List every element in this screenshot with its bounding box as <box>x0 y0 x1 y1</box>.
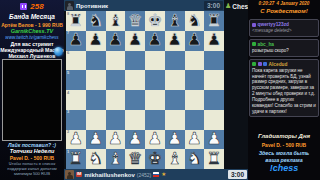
piece-black-pawn[interactable]: ♟ <box>207 32 222 49</box>
like-prompt: Лайк поставил? :) <box>0 142 64 148</box>
rank-label: 4 <box>67 91 69 95</box>
chat-username[interactable]: abc_ha <box>258 42 275 47</box>
rank-label: 1 <box>67 150 69 154</box>
square-d3[interactable] <box>125 110 145 130</box>
gladiators-entry: Pavel D. - 500 RUB <box>248 142 320 148</box>
square-f7[interactable]: ♟ <box>165 31 185 51</box>
square-b1[interactable]: ♞ <box>86 149 106 169</box>
rank-label: 8 <box>67 12 69 16</box>
stream-date: 4 January 2020 <box>276 1 309 6</box>
piece-white-knight[interactable]: ♞ <box>88 151 103 168</box>
band-of-month-title: Банда Месяца <box>0 13 64 20</box>
square-c6[interactable] <box>106 51 126 71</box>
viewer-counter: 258 <box>0 2 64 11</box>
chat-message-text: розыгрыш скоро? <box>252 48 316 54</box>
chat-badge-icon <box>258 62 262 66</box>
viewer-count: 258 <box>30 2 43 11</box>
square-a6[interactable]: 6 <box>66 51 86 71</box>
square-a8[interactable]: 8♜ <box>66 11 86 31</box>
pawn-logo-icon: ♟ <box>225 3 231 10</box>
board-area: Противник 3:00 8♜♞♝♛♚♝♞♜7♟♟♟♟♟♟♟♟65432♟♟… <box>64 0 248 180</box>
square-b3[interactable] <box>86 110 106 130</box>
piece-white-pawn[interactable]: ♟ <box>147 131 162 148</box>
square-a7[interactable]: 7♟ <box>66 31 86 51</box>
square-c5[interactable] <box>106 70 126 90</box>
chess-board: 8♜♞♝♛♚♝♞♜7♟♟♟♟♟♟♟♟65432♟♟♟♟♟♟♟♟1♜♞♝♛♚♝♞♜ <box>66 11 224 169</box>
square-h1[interactable]: ♜ <box>204 149 224 169</box>
square-d5[interactable] <box>125 70 145 90</box>
piece-white-pawn[interactable]: ♟ <box>167 131 182 148</box>
tops-of-week-entry: Pavel D. - 500 RUB <box>0 155 64 161</box>
piece-white-pawn[interactable]: ♟ <box>207 131 222 148</box>
piece-white-pawn[interactable]: ♟ <box>68 131 83 148</box>
square-h4[interactable] <box>204 90 224 110</box>
square-h8[interactable]: ♜ <box>204 11 224 31</box>
ad-line: Здесь могла быть <box>248 150 320 157</box>
square-b8[interactable]: ♞ <box>86 11 106 31</box>
square-b5[interactable] <box>86 70 106 90</box>
square-g5[interactable] <box>185 70 205 90</box>
square-g4[interactable] <box>185 90 205 110</box>
square-b6[interactable] <box>86 51 106 71</box>
piece-black-knight[interactable]: ♞ <box>88 13 103 30</box>
square-d1[interactable]: ♛ <box>125 149 145 169</box>
piece-black-pawn[interactable]: ♟ <box>68 32 83 49</box>
square-c1[interactable]: ♝ <box>106 149 126 169</box>
piece-black-rook[interactable]: ♜ <box>207 13 222 30</box>
square-e7[interactable]: ♟ <box>145 31 165 51</box>
square-a3[interactable]: 3 <box>66 110 86 130</box>
stream-screen: 258 Банда Месяца Артём Белов - 1 990 RUB… <box>0 0 320 180</box>
square-g6[interactable] <box>185 51 205 71</box>
square-f4[interactable] <box>165 90 185 110</box>
player-avatar[interactable] <box>65 170 74 179</box>
square-b4[interactable] <box>86 90 106 110</box>
globe-icon <box>54 47 63 56</box>
square-e6[interactable] <box>145 51 165 71</box>
chat-message-text: Пока карета загрузки не начнёт проверять… <box>252 68 316 115</box>
square-d2[interactable]: ♟ <box>125 130 145 150</box>
square-f8[interactable]: ♝ <box>165 11 185 31</box>
piece-white-bishop[interactable]: ♝ <box>108 151 123 168</box>
square-g8[interactable]: ♞ <box>185 11 205 31</box>
russia-flag-icon <box>153 172 159 177</box>
square-f1[interactable]: ♝ <box>165 149 185 169</box>
piece-black-pawn[interactable]: ♟ <box>187 32 202 49</box>
piece-white-pawn[interactable]: ♟ <box>108 131 123 148</box>
chat-badge-icon <box>252 62 256 66</box>
chat-badge-icon <box>252 23 256 27</box>
square-e5[interactable] <box>145 70 165 90</box>
square-a5[interactable]: 5 <box>66 70 86 90</box>
twitch-logo-icon <box>20 3 27 10</box>
chat-username[interactable]: Alcedud <box>269 62 288 67</box>
left-info-panel: 258 Банда Месяца Артём Белов - 1 990 RUB… <box>0 0 64 180</box>
rank-label: 6 <box>67 51 69 55</box>
square-b2[interactable]: ♟ <box>86 130 106 150</box>
chat-message: abc_ha розыгрыш скоро? <box>249 39 319 57</box>
chat-badge-icon <box>252 42 256 46</box>
square-d7[interactable]: ♟ <box>125 31 145 51</box>
rank-label: 5 <box>67 71 69 75</box>
square-e3[interactable] <box>145 110 165 130</box>
im-title-badge: IM <box>76 172 82 178</box>
piece-white-pawn[interactable]: ♟ <box>128 131 143 148</box>
webcam-frame <box>2 59 62 141</box>
square-f2[interactable]: ♟ <box>165 130 185 150</box>
piece-white-knight[interactable]: ♞ <box>187 151 202 168</box>
square-a1[interactable]: 1♜ <box>66 149 86 169</box>
chat-badge-icon <box>263 62 267 66</box>
square-g7[interactable]: ♟ <box>185 31 205 51</box>
rank-label: 3 <box>67 110 69 114</box>
square-h7[interactable]: ♟ <box>204 31 224 51</box>
square-e2[interactable]: ♟ <box>145 130 165 150</box>
stream-timer: 0:20:27 <box>259 1 275 6</box>
greeting-text: С Рождеством! <box>248 8 320 14</box>
piece-black-pawn[interactable]: ♟ <box>108 32 123 49</box>
square-f5[interactable] <box>165 70 185 90</box>
square-f3[interactable] <box>165 110 185 130</box>
player-clock: 3:00 <box>228 170 247 179</box>
square-g3[interactable] <box>185 110 205 130</box>
piece-white-bishop[interactable]: ♝ <box>167 151 182 168</box>
square-c3[interactable] <box>106 110 126 130</box>
channel-url[interactable]: www.twitch.tv/garnikchess <box>0 35 64 40</box>
square-f6[interactable] <box>165 51 185 71</box>
piece-black-pawn[interactable]: ♟ <box>147 32 162 49</box>
piece-black-queen[interactable]: ♛ <box>128 13 143 30</box>
piece-black-pawn[interactable]: ♟ <box>88 32 103 49</box>
rank-label: 2 <box>67 130 69 134</box>
square-h2[interactable]: ♟ <box>204 130 224 150</box>
piece-black-bishop[interactable]: ♝ <box>108 13 123 30</box>
piece-black-pawn[interactable]: ♟ <box>128 32 143 49</box>
square-h6[interactable] <box>204 51 224 71</box>
piece-black-bishop[interactable]: ♝ <box>167 13 182 30</box>
square-c8[interactable]: ♝ <box>106 11 126 31</box>
fine-print-line: минимум 500 RUB <box>0 171 64 176</box>
square-d4[interactable] <box>125 90 145 110</box>
square-g1[interactable]: ♞ <box>185 149 205 169</box>
opponent-bar: Противник 3:00 <box>64 0 224 11</box>
piece-black-pawn[interactable]: ♟ <box>167 32 182 49</box>
square-h5[interactable] <box>204 70 224 90</box>
player-name[interactable]: mikhaillushenkov <box>84 172 134 178</box>
chat-command: !chess <box>248 163 320 173</box>
square-a2[interactable]: 2♟ <box>66 130 86 150</box>
piece-black-rook[interactable]: ♜ <box>68 13 83 30</box>
piece-white-pawn[interactable]: ♟ <box>88 131 103 148</box>
square-d6[interactable] <box>125 51 145 71</box>
square-b7[interactable]: ♟ <box>86 31 106 51</box>
square-e1[interactable]: ♚ <box>145 149 165 169</box>
chat-message: Alcedud Пока карета загрузки не начнёт п… <box>249 59 319 118</box>
square-e4[interactable] <box>145 90 165 110</box>
square-a4[interactable]: 4 <box>66 90 86 110</box>
piece-white-pawn[interactable]: ♟ <box>187 131 202 148</box>
square-g2[interactable]: ♟ <box>185 130 205 150</box>
chat-message-list: qwertyy123zd <message deleted> abc_ha ро… <box>249 19 319 117</box>
gladiators-title: Гладиаторы Дня <box>248 133 320 139</box>
piece-black-king[interactable]: ♚ <box>147 13 162 30</box>
stream-timer-row: 0:20:27 4 January 2020 <box>248 1 320 6</box>
chat-message: qwertyy123zd <message deleted> <box>249 19 319 37</box>
square-d8[interactable]: ♛ <box>125 11 145 31</box>
piece-white-king[interactable]: ♚ <box>147 151 162 168</box>
piece-black-knight[interactable]: ♞ <box>187 13 202 30</box>
opponent-clock: 3:00 <box>204 1 223 10</box>
square-e8[interactable]: ♚ <box>145 11 165 31</box>
band-of-month-entry: Артём Белов - 1 990 RUB <box>0 22 64 28</box>
tops-of-week-title: Топчики Недели <box>0 148 64 154</box>
chat-panel: 0:20:27 4 January 2020 С Рождеством! qwe… <box>248 0 320 180</box>
star-icon: ★ <box>161 172 166 178</box>
opponent-name[interactable]: Противник <box>76 3 108 9</box>
square-c7[interactable]: ♟ <box>106 31 126 51</box>
square-c2[interactable]: ♟ <box>106 130 126 150</box>
square-h3[interactable] <box>204 110 224 130</box>
piece-white-rook[interactable]: ♜ <box>68 151 83 168</box>
opponent-avatar[interactable] <box>65 1 74 10</box>
piece-white-rook[interactable]: ♜ <box>207 151 222 168</box>
piece-white-queen[interactable]: ♛ <box>128 151 143 168</box>
player-rating: (2452) <box>137 172 151 178</box>
rank-label: 7 <box>67 31 69 35</box>
chat-username[interactable]: qwertyy123zd <box>258 22 289 27</box>
square-c4[interactable] <box>106 90 126 110</box>
channel-name: GarnikChess.TV <box>0 28 64 34</box>
chat-message-text: <message deleted> <box>252 28 316 34</box>
ad-placeholder: Здесь могла быть ваша реклама <box>248 150 320 164</box>
player-bar: IM mikhaillushenkov (2452) ★ 3:00 <box>64 169 248 180</box>
